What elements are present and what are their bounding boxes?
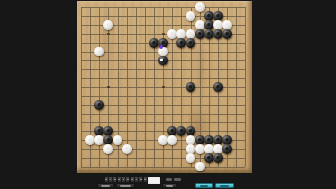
grid-line-vertical: [245, 7, 246, 166]
action-button-1[interactable]: [195, 183, 213, 189]
grid-line-vertical: [236, 7, 237, 166]
black-stone[interactable]: ●: [213, 153, 223, 163]
white-stone[interactable]: ●: [103, 144, 113, 154]
grid-line-horizontal: [81, 167, 245, 168]
black-stone[interactable]: ●: [222, 29, 232, 39]
black-stone[interactable]: ●: [186, 38, 196, 48]
black-stone[interactable]: ●: [176, 126, 186, 136]
grid-line-horizontal: [81, 114, 245, 115]
status-text: [174, 178, 181, 181]
white-stone[interactable]: ●: [195, 162, 205, 172]
tool-button-2[interactable]: [116, 183, 135, 188]
black-stone[interactable]: ●: [213, 82, 223, 92]
go-board[interactable]: ●●●●●●●●●●●●●●●●●●●●●●●●●●●●●●●●●●●●●●●●…: [77, 1, 252, 173]
last-move-square-marker: [160, 59, 163, 62]
action-button-2[interactable]: [215, 183, 234, 189]
move-number-input[interactable]: [148, 177, 160, 184]
black-stone[interactable]: ●: [222, 144, 232, 154]
go-client-window: ●●●●●●●●●●●●●●●●●●●●●●●●●●●●●●●●●●●●●●●●…: [0, 0, 336, 189]
black-stone[interactable]: ●: [94, 100, 104, 110]
grid-line-horizontal: [81, 105, 245, 106]
white-stone[interactable]: ●: [195, 2, 205, 12]
white-stone[interactable]: ●: [113, 135, 123, 145]
grid-line-horizontal: [81, 122, 245, 123]
black-stone[interactable]: ●: [176, 38, 186, 48]
white-stone[interactable]: ●: [94, 47, 104, 57]
white-stone[interactable]: ●: [186, 153, 196, 163]
white-stone[interactable]: ●: [103, 20, 113, 30]
white-stone[interactable]: ●: [186, 11, 196, 21]
star-point: [107, 33, 109, 35]
tool-button-1[interactable]: [97, 183, 114, 188]
status-text: [166, 178, 172, 181]
star-point: [162, 33, 164, 35]
white-stone[interactable]: ●: [122, 144, 132, 154]
grid-line-horizontal: [81, 96, 245, 97]
white-stone[interactable]: ●: [167, 135, 177, 145]
black-stone[interactable]: ●: [186, 82, 196, 92]
tool-button-3[interactable]: [162, 183, 178, 188]
